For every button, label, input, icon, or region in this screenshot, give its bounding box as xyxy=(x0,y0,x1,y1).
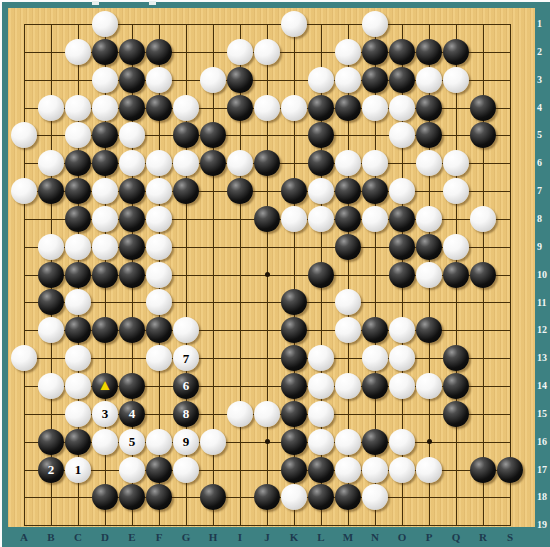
board-point-S17[interactable] xyxy=(497,456,524,484)
board-point-F5[interactable] xyxy=(146,121,173,149)
board-point-G10[interactable] xyxy=(173,261,200,289)
board-point-G9[interactable] xyxy=(173,233,200,261)
board-point-Q16[interactable] xyxy=(443,428,470,456)
board-point-L16[interactable] xyxy=(308,428,335,456)
board-point-F7[interactable] xyxy=(146,177,173,205)
board-point-A16[interactable] xyxy=(11,428,38,456)
board-point-N10[interactable] xyxy=(362,261,389,289)
board-point-R4[interactable] xyxy=(470,94,497,122)
board-point-H3[interactable] xyxy=(200,66,227,94)
board-point-O7[interactable] xyxy=(389,177,416,205)
board-point-H2[interactable] xyxy=(200,38,227,66)
board-point-D2[interactable] xyxy=(92,38,119,66)
board-point-C9[interactable] xyxy=(65,233,92,261)
board-point-F11[interactable] xyxy=(146,289,173,317)
board-point-A6[interactable] xyxy=(11,149,38,177)
board-point-M6[interactable] xyxy=(335,149,362,177)
board-point-A18[interactable] xyxy=(11,483,38,511)
board-point-I15[interactable] xyxy=(227,400,254,428)
board-point-E19[interactable] xyxy=(119,511,146,527)
board-point-O18[interactable] xyxy=(389,483,416,511)
board-point-E12[interactable] xyxy=(119,316,146,344)
board-point-P7[interactable] xyxy=(416,177,443,205)
board-point-Q13[interactable] xyxy=(443,344,470,372)
board-point-L14[interactable] xyxy=(308,372,335,400)
board-point-E1[interactable] xyxy=(119,10,146,38)
board-point-Q15[interactable] xyxy=(443,400,470,428)
board-point-B3[interactable] xyxy=(38,66,65,94)
board-point-P18[interactable] xyxy=(416,483,443,511)
board-point-I4[interactable] xyxy=(227,94,254,122)
board-point-F8[interactable] xyxy=(146,205,173,233)
board-point-G3[interactable] xyxy=(173,66,200,94)
board-point-G5[interactable] xyxy=(173,121,200,149)
board-point-M3[interactable] xyxy=(335,66,362,94)
board-point-K6[interactable] xyxy=(281,149,308,177)
board-point-D7[interactable] xyxy=(92,177,119,205)
board-point-B17[interactable]: 2 xyxy=(38,456,65,484)
board-point-E18[interactable] xyxy=(119,483,146,511)
board-point-J5[interactable] xyxy=(254,121,281,149)
board-point-I1[interactable] xyxy=(227,10,254,38)
board-point-O13[interactable] xyxy=(389,344,416,372)
board-point-K1[interactable] xyxy=(281,10,308,38)
board-point-D14[interactable]: ▲ xyxy=(92,372,119,400)
board-point-C12[interactable] xyxy=(65,316,92,344)
board-point-R10[interactable] xyxy=(470,261,497,289)
board-point-E15[interactable]: 4 xyxy=(119,400,146,428)
board-point-K11[interactable] xyxy=(281,289,308,317)
board-point-S14[interactable] xyxy=(497,372,524,400)
board-point-C11[interactable] xyxy=(65,289,92,317)
board-point-B1[interactable] xyxy=(38,10,65,38)
board-point-B14[interactable] xyxy=(38,372,65,400)
board-point-D10[interactable] xyxy=(92,261,119,289)
board-point-K14[interactable] xyxy=(281,372,308,400)
board-point-G15[interactable]: 8 xyxy=(173,400,200,428)
board-point-H16[interactable] xyxy=(200,428,227,456)
board-point-B11[interactable] xyxy=(38,289,65,317)
board-point-Q10[interactable] xyxy=(443,261,470,289)
board-point-D8[interactable] xyxy=(92,205,119,233)
board-point-Q17[interactable] xyxy=(443,456,470,484)
board-point-F19[interactable] xyxy=(146,511,173,527)
board-point-E6[interactable] xyxy=(119,149,146,177)
board-point-K19[interactable] xyxy=(281,511,308,527)
board-point-C14[interactable] xyxy=(65,372,92,400)
board-point-J10[interactable] xyxy=(254,261,281,289)
board-point-P5[interactable] xyxy=(416,121,443,149)
board-point-K4[interactable] xyxy=(281,94,308,122)
board-point-N5[interactable] xyxy=(362,121,389,149)
board-point-G6[interactable] xyxy=(173,149,200,177)
board-point-L18[interactable] xyxy=(308,483,335,511)
board-point-M2[interactable] xyxy=(335,38,362,66)
board-point-N16[interactable] xyxy=(362,428,389,456)
board-point-A17[interactable] xyxy=(11,456,38,484)
board-point-M15[interactable] xyxy=(335,400,362,428)
board-point-B6[interactable] xyxy=(38,149,65,177)
board-point-S9[interactable] xyxy=(497,233,524,261)
board-point-J15[interactable] xyxy=(254,400,281,428)
board-point-G4[interactable] xyxy=(173,94,200,122)
board-point-M4[interactable] xyxy=(335,94,362,122)
board-point-D9[interactable] xyxy=(92,233,119,261)
board-point-S8[interactable] xyxy=(497,205,524,233)
board-point-N8[interactable] xyxy=(362,205,389,233)
board-point-F13[interactable] xyxy=(146,344,173,372)
board-point-O8[interactable] xyxy=(389,205,416,233)
board-point-D4[interactable] xyxy=(92,94,119,122)
board-point-H18[interactable] xyxy=(200,483,227,511)
board-point-H15[interactable] xyxy=(200,400,227,428)
board-point-O12[interactable] xyxy=(389,316,416,344)
board-point-S4[interactable] xyxy=(497,94,524,122)
board-point-F4[interactable] xyxy=(146,94,173,122)
board-point-E10[interactable] xyxy=(119,261,146,289)
board-point-H9[interactable] xyxy=(200,233,227,261)
board-point-M13[interactable] xyxy=(335,344,362,372)
board-point-Q6[interactable] xyxy=(443,149,470,177)
board-point-E4[interactable] xyxy=(119,94,146,122)
board-point-F1[interactable] xyxy=(146,10,173,38)
board-point-G14[interactable]: 6 xyxy=(173,372,200,400)
board-point-O19[interactable] xyxy=(389,511,416,527)
board-point-K2[interactable] xyxy=(281,38,308,66)
board-point-G2[interactable] xyxy=(173,38,200,66)
board-point-O2[interactable] xyxy=(389,38,416,66)
board-point-H5[interactable] xyxy=(200,121,227,149)
board-point-B16[interactable] xyxy=(38,428,65,456)
board-point-C16[interactable] xyxy=(65,428,92,456)
board-point-E14[interactable] xyxy=(119,372,146,400)
board-point-B5[interactable] xyxy=(38,121,65,149)
board-point-S7[interactable] xyxy=(497,177,524,205)
board-point-E7[interactable] xyxy=(119,177,146,205)
board-point-M5[interactable] xyxy=(335,121,362,149)
board-point-D11[interactable] xyxy=(92,289,119,317)
board-point-J9[interactable] xyxy=(254,233,281,261)
board-point-I3[interactable] xyxy=(227,66,254,94)
board-point-Q5[interactable] xyxy=(443,121,470,149)
board-point-H6[interactable] xyxy=(200,149,227,177)
board-point-M10[interactable] xyxy=(335,261,362,289)
board-point-H19[interactable] xyxy=(200,511,227,527)
board-point-L4[interactable] xyxy=(308,94,335,122)
board-point-G7[interactable] xyxy=(173,177,200,205)
board-point-I12[interactable] xyxy=(227,316,254,344)
board-point-B9[interactable] xyxy=(38,233,65,261)
board-point-K7[interactable] xyxy=(281,177,308,205)
board-point-P11[interactable] xyxy=(416,289,443,317)
board-point-Q18[interactable] xyxy=(443,483,470,511)
board-point-H13[interactable] xyxy=(200,344,227,372)
board-point-L5[interactable] xyxy=(308,121,335,149)
board-point-P2[interactable] xyxy=(416,38,443,66)
board-point-F2[interactable] xyxy=(146,38,173,66)
board-point-Q19[interactable] xyxy=(443,511,470,527)
board-point-N13[interactable] xyxy=(362,344,389,372)
board-point-R9[interactable] xyxy=(470,233,497,261)
board-point-M11[interactable] xyxy=(335,289,362,317)
board-point-R8[interactable] xyxy=(470,205,497,233)
board-point-J3[interactable] xyxy=(254,66,281,94)
board-point-N2[interactable] xyxy=(362,38,389,66)
board-point-J16[interactable] xyxy=(254,428,281,456)
board-point-A2[interactable] xyxy=(11,38,38,66)
board-point-B13[interactable] xyxy=(38,344,65,372)
board-point-H4[interactable] xyxy=(200,94,227,122)
board-point-I8[interactable] xyxy=(227,205,254,233)
board-point-S11[interactable] xyxy=(497,289,524,317)
board-point-O3[interactable] xyxy=(389,66,416,94)
board-point-O4[interactable] xyxy=(389,94,416,122)
board-point-N15[interactable] xyxy=(362,400,389,428)
board-point-G1[interactable] xyxy=(173,10,200,38)
board-point-J18[interactable] xyxy=(254,483,281,511)
board-point-D3[interactable] xyxy=(92,66,119,94)
board-point-I9[interactable] xyxy=(227,233,254,261)
board-point-L11[interactable] xyxy=(308,289,335,317)
board-point-M9[interactable] xyxy=(335,233,362,261)
board-point-M18[interactable] xyxy=(335,483,362,511)
board-point-M17[interactable] xyxy=(335,456,362,484)
board-point-S1[interactable] xyxy=(497,10,524,38)
board-point-L10[interactable] xyxy=(308,261,335,289)
board-point-R18[interactable] xyxy=(470,483,497,511)
board-point-L2[interactable] xyxy=(308,38,335,66)
board-point-I14[interactable] xyxy=(227,372,254,400)
board-point-G19[interactable] xyxy=(173,511,200,527)
board-point-D15[interactable]: 3 xyxy=(92,400,119,428)
board-point-I2[interactable] xyxy=(227,38,254,66)
board-point-P3[interactable] xyxy=(416,66,443,94)
board-point-R15[interactable] xyxy=(470,400,497,428)
board-point-Q7[interactable] xyxy=(443,177,470,205)
board-point-R3[interactable] xyxy=(470,66,497,94)
board-point-J19[interactable] xyxy=(254,511,281,527)
board-point-D5[interactable] xyxy=(92,121,119,149)
board-point-N11[interactable] xyxy=(362,289,389,317)
board-point-J12[interactable] xyxy=(254,316,281,344)
board-point-P8[interactable] xyxy=(416,205,443,233)
board-point-Q9[interactable] xyxy=(443,233,470,261)
board-point-E17[interactable] xyxy=(119,456,146,484)
board-point-M12[interactable] xyxy=(335,316,362,344)
board-point-K12[interactable] xyxy=(281,316,308,344)
board-point-J13[interactable] xyxy=(254,344,281,372)
board-point-L8[interactable] xyxy=(308,205,335,233)
board-point-P10[interactable] xyxy=(416,261,443,289)
board-point-A10[interactable] xyxy=(11,261,38,289)
board-point-L19[interactable] xyxy=(308,511,335,527)
board-point-Q14[interactable] xyxy=(443,372,470,400)
board-point-D19[interactable] xyxy=(92,511,119,527)
board-point-B8[interactable] xyxy=(38,205,65,233)
board-point-S6[interactable] xyxy=(497,149,524,177)
board-point-P9[interactable] xyxy=(416,233,443,261)
board-point-S13[interactable] xyxy=(497,344,524,372)
board-point-O5[interactable] xyxy=(389,121,416,149)
board-point-C3[interactable] xyxy=(65,66,92,94)
board-point-I7[interactable] xyxy=(227,177,254,205)
board-point-F18[interactable] xyxy=(146,483,173,511)
board-point-R2[interactable] xyxy=(470,38,497,66)
board-point-D12[interactable] xyxy=(92,316,119,344)
board-point-N14[interactable] xyxy=(362,372,389,400)
board-point-H12[interactable] xyxy=(200,316,227,344)
board-point-N12[interactable] xyxy=(362,316,389,344)
board-point-Q4[interactable] xyxy=(443,94,470,122)
board-point-M8[interactable] xyxy=(335,205,362,233)
board-point-R11[interactable] xyxy=(470,289,497,317)
board-point-B7[interactable] xyxy=(38,177,65,205)
board-point-C18[interactable] xyxy=(65,483,92,511)
board-point-G16[interactable]: 9 xyxy=(173,428,200,456)
board-point-A8[interactable] xyxy=(11,205,38,233)
board-point-R1[interactable] xyxy=(470,10,497,38)
board-point-K13[interactable] xyxy=(281,344,308,372)
board-point-S19[interactable] xyxy=(497,511,524,527)
board-point-A3[interactable] xyxy=(11,66,38,94)
board-point-B15[interactable] xyxy=(38,400,65,428)
board-point-C1[interactable] xyxy=(65,10,92,38)
board-point-O17[interactable] xyxy=(389,456,416,484)
board-point-K8[interactable] xyxy=(281,205,308,233)
board-point-E9[interactable] xyxy=(119,233,146,261)
board-point-L1[interactable] xyxy=(308,10,335,38)
board-point-H14[interactable] xyxy=(200,372,227,400)
board-point-J11[interactable] xyxy=(254,289,281,317)
board-point-S2[interactable] xyxy=(497,38,524,66)
board-point-F3[interactable] xyxy=(146,66,173,94)
board-point-E8[interactable] xyxy=(119,205,146,233)
board-point-M7[interactable] xyxy=(335,177,362,205)
board-point-L15[interactable] xyxy=(308,400,335,428)
board-point-J4[interactable] xyxy=(254,94,281,122)
board-point-G13[interactable]: 7 xyxy=(173,344,200,372)
board-point-H17[interactable] xyxy=(200,456,227,484)
board-point-J8[interactable] xyxy=(254,205,281,233)
board-point-P13[interactable] xyxy=(416,344,443,372)
board-point-A12[interactable] xyxy=(11,316,38,344)
board-point-K3[interactable] xyxy=(281,66,308,94)
board-point-A19[interactable] xyxy=(11,511,38,527)
board-point-D16[interactable] xyxy=(92,428,119,456)
board-point-P14[interactable] xyxy=(416,372,443,400)
board-point-Q3[interactable] xyxy=(443,66,470,94)
board-point-N18[interactable] xyxy=(362,483,389,511)
board-point-I18[interactable] xyxy=(227,483,254,511)
board-point-A5[interactable] xyxy=(11,121,38,149)
board-point-R16[interactable] xyxy=(470,428,497,456)
board-point-P4[interactable] xyxy=(416,94,443,122)
board-point-L6[interactable] xyxy=(308,149,335,177)
board-point-L9[interactable] xyxy=(308,233,335,261)
board-point-R12[interactable] xyxy=(470,316,497,344)
board-point-N6[interactable] xyxy=(362,149,389,177)
board-point-P15[interactable] xyxy=(416,400,443,428)
board-point-P17[interactable] xyxy=(416,456,443,484)
board-point-S15[interactable] xyxy=(497,400,524,428)
board-point-K17[interactable] xyxy=(281,456,308,484)
board-point-A11[interactable] xyxy=(11,289,38,317)
board-point-N17[interactable] xyxy=(362,456,389,484)
board-point-O14[interactable] xyxy=(389,372,416,400)
board-point-O10[interactable] xyxy=(389,261,416,289)
board-point-C13[interactable] xyxy=(65,344,92,372)
board-point-N7[interactable] xyxy=(362,177,389,205)
board-point-A14[interactable] xyxy=(11,372,38,400)
board-point-K5[interactable] xyxy=(281,121,308,149)
board-point-A7[interactable] xyxy=(11,177,38,205)
board-point-F15[interactable] xyxy=(146,400,173,428)
board-point-B4[interactable] xyxy=(38,94,65,122)
board-point-F6[interactable] xyxy=(146,149,173,177)
board-point-P1[interactable] xyxy=(416,10,443,38)
board-point-C7[interactable] xyxy=(65,177,92,205)
board-point-G11[interactable] xyxy=(173,289,200,317)
board-point-J17[interactable] xyxy=(254,456,281,484)
board-point-H1[interactable] xyxy=(200,10,227,38)
board-point-N1[interactable] xyxy=(362,10,389,38)
board-point-R13[interactable] xyxy=(470,344,497,372)
board-point-E3[interactable] xyxy=(119,66,146,94)
board-point-R14[interactable] xyxy=(470,372,497,400)
board-point-B12[interactable] xyxy=(38,316,65,344)
board-point-G8[interactable] xyxy=(173,205,200,233)
board-point-R19[interactable] xyxy=(470,511,497,527)
board-point-F14[interactable] xyxy=(146,372,173,400)
board-point-C2[interactable] xyxy=(65,38,92,66)
board-point-F17[interactable] xyxy=(146,456,173,484)
board-point-N19[interactable] xyxy=(362,511,389,527)
board-point-G17[interactable] xyxy=(173,456,200,484)
board-point-Q1[interactable] xyxy=(443,10,470,38)
board-point-O9[interactable] xyxy=(389,233,416,261)
board-point-I11[interactable] xyxy=(227,289,254,317)
board-point-K15[interactable] xyxy=(281,400,308,428)
board-point-S3[interactable] xyxy=(497,66,524,94)
board-point-E5[interactable] xyxy=(119,121,146,149)
board-point-K16[interactable] xyxy=(281,428,308,456)
board-point-I13[interactable] xyxy=(227,344,254,372)
board-point-O15[interactable] xyxy=(389,400,416,428)
board-point-E16[interactable]: 5 xyxy=(119,428,146,456)
board-point-H11[interactable] xyxy=(200,289,227,317)
board-point-O1[interactable] xyxy=(389,10,416,38)
board-point-R7[interactable] xyxy=(470,177,497,205)
board-point-F12[interactable] xyxy=(146,316,173,344)
board-point-H8[interactable] xyxy=(200,205,227,233)
board-point-C10[interactable] xyxy=(65,261,92,289)
board-point-L17[interactable] xyxy=(308,456,335,484)
board-point-A4[interactable] xyxy=(11,94,38,122)
board-point-C5[interactable] xyxy=(65,121,92,149)
board-point-O6[interactable] xyxy=(389,149,416,177)
board-point-M14[interactable] xyxy=(335,372,362,400)
board-point-I5[interactable] xyxy=(227,121,254,149)
board-point-J1[interactable] xyxy=(254,10,281,38)
board-point-F9[interactable] xyxy=(146,233,173,261)
board-point-C17[interactable]: 1 xyxy=(65,456,92,484)
board-point-S10[interactable] xyxy=(497,261,524,289)
board-point-B2[interactable] xyxy=(38,38,65,66)
board-point-H10[interactable] xyxy=(200,261,227,289)
board-point-A1[interactable] xyxy=(11,10,38,38)
board-point-N3[interactable] xyxy=(362,66,389,94)
board-point-P12[interactable] xyxy=(416,316,443,344)
